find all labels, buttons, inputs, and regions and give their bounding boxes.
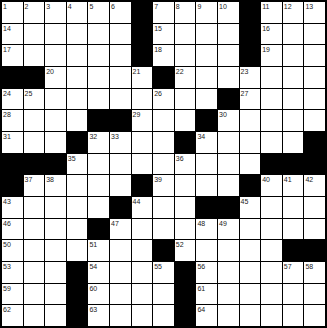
cell-r3c8[interactable]: 18 [153,45,174,66]
black-cell [153,240,174,261]
clue-number-53: 53 [3,262,11,271]
clue-number-64: 64 [197,305,205,314]
cell-r4c9[interactable]: 22 [175,67,196,88]
black-cell [24,154,45,175]
cell-r7c12[interactable] [240,132,261,153]
cell-r9c9[interactable] [175,175,196,196]
cell-r10c7[interactable]: 44 [132,197,153,218]
black-cell [304,154,325,175]
cell-r1c5[interactable]: 5 [88,2,109,23]
black-cell [67,305,88,326]
cell-r5c15[interactable] [304,89,325,110]
cell-r11c13[interactable] [261,219,282,240]
cell-r15c6[interactable] [110,305,131,326]
cell-r12c7[interactable] [132,240,153,261]
black-cell [240,2,261,23]
black-cell [304,132,325,153]
clue-number-42: 42 [305,175,313,184]
clue-number-38: 38 [46,175,54,184]
clue-number-24: 24 [3,89,11,98]
cell-r9c8[interactable]: 39 [153,175,174,196]
cell-r3c3[interactable] [45,45,66,66]
cell-r4c5[interactable] [88,67,109,88]
black-cell [132,24,153,45]
cell-r11c9[interactable] [175,219,196,240]
cell-r6c8[interactable] [153,110,174,131]
cell-r11c15[interactable] [304,219,325,240]
cell-r1c9[interactable]: 8 [175,2,196,23]
clue-number-22: 22 [176,67,184,76]
cell-r13c15[interactable]: 58 [304,262,325,283]
cell-r8c10[interactable] [196,154,217,175]
clue-number-48: 48 [197,219,205,228]
cell-r1c11[interactable]: 10 [218,2,239,23]
cell-r3c5[interactable] [88,45,109,66]
cell-r11c1[interactable]: 46 [2,219,23,240]
cell-r13c10[interactable]: 56 [196,262,217,283]
clue-number-18: 18 [154,45,162,54]
cell-r2c4[interactable] [67,24,88,45]
cell-r8c9[interactable]: 36 [175,154,196,175]
cell-r13c3[interactable] [45,262,66,283]
cell-r11c10[interactable]: 48 [196,219,217,240]
cell-r2c6[interactable] [110,24,131,45]
black-cell [110,197,131,218]
clue-number-13: 13 [305,2,313,11]
black-cell [132,45,153,66]
cell-r6c12[interactable] [240,110,261,131]
black-cell [283,154,304,175]
cell-r10c2[interactable] [24,197,45,218]
cell-r10c9[interactable] [175,197,196,218]
cell-r10c8[interactable] [153,197,174,218]
cell-r6c11[interactable]: 30 [218,110,239,131]
cell-r14c2[interactable] [24,284,45,305]
cell-r8c5[interactable] [88,154,109,175]
cell-r7c7[interactable] [132,132,153,153]
cell-r2c2[interactable] [24,24,45,45]
cell-r12c1[interactable]: 50 [2,240,23,261]
cell-r4c10[interactable] [196,67,217,88]
cell-r8c11[interactable] [218,154,239,175]
cell-r14c1[interactable]: 59 [2,284,23,305]
cell-r14c5[interactable]: 60 [88,284,109,305]
clue-number-46: 46 [3,219,11,228]
clue-number-1: 1 [3,2,7,11]
cell-r10c3[interactable] [45,197,66,218]
clue-number-4: 4 [68,2,72,11]
cell-r10c5[interactable] [88,197,109,218]
cell-r6c9[interactable] [175,110,196,131]
cell-r13c6[interactable] [110,262,131,283]
cell-r6c15[interactable] [304,110,325,131]
cell-r12c12[interactable] [240,240,261,261]
clue-number-62: 62 [3,305,11,314]
crossword-grid: 1234567891011121314151617181920212223242… [0,0,327,328]
clue-number-51: 51 [89,240,97,249]
cell-r14c10[interactable]: 61 [196,284,217,305]
cell-r5c4[interactable] [67,89,88,110]
cell-r5c8[interactable]: 26 [153,89,174,110]
clue-number-63: 63 [89,305,97,314]
cell-r12c11[interactable] [218,240,239,261]
cell-r7c1[interactable]: 31 [2,132,23,153]
cell-r13c12[interactable] [240,262,261,283]
clue-number-41: 41 [284,175,292,184]
cell-r14c13[interactable] [261,284,282,305]
cell-r8c6[interactable] [110,154,131,175]
cell-r13c7[interactable] [132,262,153,283]
cell-r15c10[interactable]: 64 [196,305,217,326]
clue-number-7: 7 [154,2,158,11]
cell-r6c7[interactable]: 29 [132,110,153,131]
cell-r15c3[interactable] [45,305,66,326]
cell-r3c6[interactable] [110,45,131,66]
black-cell [175,132,196,153]
cell-r15c2[interactable] [24,305,45,326]
clue-number-60: 60 [89,284,97,293]
cell-r9c10[interactable] [196,175,217,196]
cell-r15c12[interactable] [240,305,261,326]
cell-r5c3[interactable] [45,89,66,110]
cell-r1c8[interactable]: 7 [153,2,174,23]
cell-r10c13[interactable] [261,197,282,218]
cell-r6c14[interactable] [283,110,304,131]
clue-number-47: 47 [111,219,119,228]
black-cell [240,175,261,196]
cell-r11c2[interactable] [24,219,45,240]
cell-r15c11[interactable] [218,305,239,326]
cell-r2c9[interactable] [175,24,196,45]
cell-r13c11[interactable] [218,262,239,283]
clue-number-37: 37 [25,175,33,184]
cell-r13c2[interactable] [24,262,45,283]
cell-r15c7[interactable] [132,305,153,326]
black-cell [132,175,153,196]
cell-r1c3[interactable]: 3 [45,2,66,23]
cell-r8c8[interactable] [153,154,174,175]
clue-number-2: 2 [25,2,29,11]
cell-r1c14[interactable]: 12 [283,2,304,23]
clue-number-45: 45 [241,197,249,206]
clue-number-9: 9 [197,2,201,11]
cell-r2c3[interactable] [45,24,66,45]
cell-r10c12[interactable]: 45 [240,197,261,218]
cell-r7c8[interactable] [153,132,174,153]
clue-number-30: 30 [219,110,227,119]
cell-r13c13[interactable] [261,262,282,283]
cell-r14c3[interactable] [45,284,66,305]
clue-number-29: 29 [133,110,141,119]
cell-r15c8[interactable] [153,305,174,326]
clue-number-26: 26 [154,89,162,98]
cell-r14c14[interactable] [283,284,304,305]
cell-r6c13[interactable] [261,110,282,131]
cell-r11c7[interactable] [132,219,153,240]
clue-number-3: 3 [46,2,50,11]
clue-number-39: 39 [154,175,162,184]
cell-r14c11[interactable] [218,284,239,305]
clue-number-59: 59 [3,284,11,293]
clue-number-31: 31 [3,132,11,141]
clue-number-61: 61 [197,284,205,293]
cell-r11c6[interactable]: 47 [110,219,131,240]
cell-r2c14[interactable] [283,24,304,45]
cell-r10c14[interactable] [283,197,304,218]
cell-r4c7[interactable]: 21 [132,67,153,88]
cell-r7c5[interactable]: 32 [88,132,109,153]
cell-r11c8[interactable] [153,219,174,240]
cell-r11c4[interactable] [67,219,88,240]
clue-number-17: 17 [3,45,11,54]
black-cell [240,24,261,45]
cell-r9c3[interactable]: 38 [45,175,66,196]
cell-r13c14[interactable]: 57 [283,262,304,283]
clue-number-19: 19 [262,45,270,54]
clue-number-21: 21 [133,67,141,76]
clue-number-58: 58 [305,262,313,271]
cell-r11c14[interactable] [283,219,304,240]
cell-r2c1[interactable]: 14 [2,24,23,45]
clue-number-11: 11 [262,2,269,11]
clue-number-40: 40 [262,175,270,184]
cell-r15c5[interactable]: 63 [88,305,109,326]
cell-r7c3[interactable] [45,132,66,153]
cell-r4c12[interactable]: 23 [240,67,261,88]
cell-r8c4[interactable]: 35 [67,154,88,175]
cell-r2c13[interactable]: 16 [261,24,282,45]
clue-number-43: 43 [3,197,11,206]
cell-r8c12[interactable] [240,154,261,175]
cell-r2c5[interactable] [88,24,109,45]
cell-r4c15[interactable] [304,67,325,88]
black-cell [218,197,239,218]
black-cell [2,154,23,175]
cell-r7c6[interactable]: 33 [110,132,131,153]
cell-r12c9[interactable]: 52 [175,240,196,261]
cell-r15c14[interactable] [283,305,304,326]
cell-r9c13[interactable]: 40 [261,175,282,196]
cell-r9c5[interactable] [88,175,109,196]
cell-r3c11[interactable] [218,45,239,66]
black-cell [304,240,325,261]
black-cell [261,154,282,175]
cell-r7c10[interactable]: 34 [196,132,217,153]
clue-number-27: 27 [241,89,249,98]
cell-r11c11[interactable]: 49 [218,219,239,240]
cell-r1c2[interactable]: 2 [24,2,45,23]
cell-r12c13[interactable] [261,240,282,261]
cell-r3c13[interactable]: 19 [261,45,282,66]
black-cell [88,219,109,240]
cell-r9c4[interactable] [67,175,88,196]
cell-r13c1[interactable]: 53 [2,262,23,283]
cell-r15c13[interactable] [261,305,282,326]
cell-r9c6[interactable] [110,175,131,196]
cell-r12c3[interactable] [45,240,66,261]
cell-r5c9[interactable] [175,89,196,110]
cell-r6c2[interactable] [24,110,45,131]
cell-r15c15[interactable] [304,305,325,326]
black-cell [240,45,261,66]
cell-r5c1[interactable]: 24 [2,89,23,110]
clue-number-8: 8 [176,2,180,11]
cell-r9c2[interactable]: 37 [24,175,45,196]
cell-r1c10[interactable]: 9 [196,2,217,23]
clue-number-15: 15 [154,24,162,33]
cell-r14c12[interactable] [240,284,261,305]
cell-r2c11[interactable] [218,24,239,45]
cell-r7c2[interactable] [24,132,45,153]
clue-number-20: 20 [46,67,54,76]
clue-number-14: 14 [3,24,11,33]
cell-r4c6[interactable] [110,67,131,88]
cell-r12c5[interactable]: 51 [88,240,109,261]
cell-r2c15[interactable] [304,24,325,45]
black-cell [2,175,23,196]
clue-number-32: 32 [89,132,97,141]
clue-number-49: 49 [219,219,227,228]
black-cell [67,132,88,153]
clue-number-50: 50 [3,240,11,249]
clue-number-16: 16 [262,24,270,33]
cell-r1c6[interactable]: 6 [110,2,131,23]
clue-number-28: 28 [3,110,11,119]
cell-r5c5[interactable] [88,89,109,110]
cell-r7c13[interactable] [261,132,282,153]
cell-r12c4[interactable] [67,240,88,261]
black-cell [88,110,109,131]
black-cell [153,67,174,88]
black-cell [283,240,304,261]
cell-r5c13[interactable] [261,89,282,110]
cell-r7c11[interactable] [218,132,239,153]
cell-r15c1[interactable]: 62 [2,305,23,326]
black-cell [110,110,131,131]
cell-r2c8[interactable]: 15 [153,24,174,45]
cell-r14c15[interactable] [304,284,325,305]
black-cell [175,305,196,326]
cell-r13c8[interactable]: 55 [153,262,174,283]
black-cell [67,262,88,283]
clue-number-44: 44 [133,197,141,206]
cell-r10c1[interactable]: 43 [2,197,23,218]
black-cell [175,284,196,305]
clue-number-12: 12 [284,2,292,11]
clue-number-36: 36 [176,154,184,163]
cell-r11c12[interactable] [240,219,261,240]
cell-r4c14[interactable] [283,67,304,88]
cell-r8c7[interactable] [132,154,153,175]
clue-number-52: 52 [176,240,184,249]
cell-r5c12[interactable]: 27 [240,89,261,110]
clue-number-23: 23 [241,67,249,76]
clue-number-55: 55 [154,262,162,271]
cell-r5c7[interactable] [132,89,153,110]
cell-r3c1[interactable]: 17 [2,45,23,66]
cell-r14c6[interactable] [110,284,131,305]
clue-number-25: 25 [25,89,33,98]
cell-r14c7[interactable] [132,284,153,305]
cell-r5c10[interactable] [196,89,217,110]
cell-r9c15[interactable]: 42 [304,175,325,196]
cell-r14c8[interactable] [153,284,174,305]
cell-r5c14[interactable] [283,89,304,110]
cell-r6c4[interactable] [67,110,88,131]
cell-r5c2[interactable]: 25 [24,89,45,110]
black-cell [175,262,196,283]
cell-r9c11[interactable] [218,175,239,196]
cell-r1c15[interactable]: 13 [304,2,325,23]
cell-r1c4[interactable]: 4 [67,2,88,23]
cell-r7c14[interactable] [283,132,304,153]
cell-r12c10[interactable] [196,240,217,261]
clue-number-56: 56 [197,262,205,271]
cell-r3c2[interactable] [24,45,45,66]
black-cell [218,89,239,110]
cell-r2c10[interactable] [196,24,217,45]
cell-r1c1[interactable]: 1 [2,2,23,23]
cell-r3c4[interactable] [67,45,88,66]
clue-number-34: 34 [197,132,205,141]
cell-r13c5[interactable]: 54 [88,262,109,283]
cell-r6c3[interactable] [45,110,66,131]
cell-r11c3[interactable] [45,219,66,240]
black-cell [2,67,23,88]
cell-r9c14[interactable]: 41 [283,175,304,196]
cell-r12c6[interactable] [110,240,131,261]
clue-number-10: 10 [219,2,227,11]
cell-r4c13[interactable] [261,67,282,88]
cell-r3c15[interactable] [304,45,325,66]
black-cell [67,284,88,305]
clue-number-54: 54 [89,262,97,271]
black-cell [132,2,153,23]
cell-r6c1[interactable]: 28 [2,110,23,131]
cell-r5c6[interactable] [110,89,131,110]
clue-number-57: 57 [284,262,292,271]
cell-r1c13[interactable]: 11 [261,2,282,23]
clue-number-6: 6 [111,2,115,11]
black-cell [196,110,217,131]
clue-number-33: 33 [111,132,119,141]
black-cell [196,197,217,218]
clue-number-35: 35 [68,154,76,163]
cell-r3c14[interactable] [283,45,304,66]
cell-r10c4[interactable] [67,197,88,218]
cell-r12c2[interactable] [24,240,45,261]
clue-number-5: 5 [89,2,93,11]
cell-r10c15[interactable] [304,197,325,218]
black-cell [45,154,66,175]
cell-r4c11[interactable] [218,67,239,88]
cell-r3c10[interactable] [196,45,217,66]
black-cell [24,67,45,88]
cell-r3c9[interactable] [175,45,196,66]
cell-r4c3[interactable]: 20 [45,67,66,88]
cell-r4c4[interactable] [67,67,88,88]
